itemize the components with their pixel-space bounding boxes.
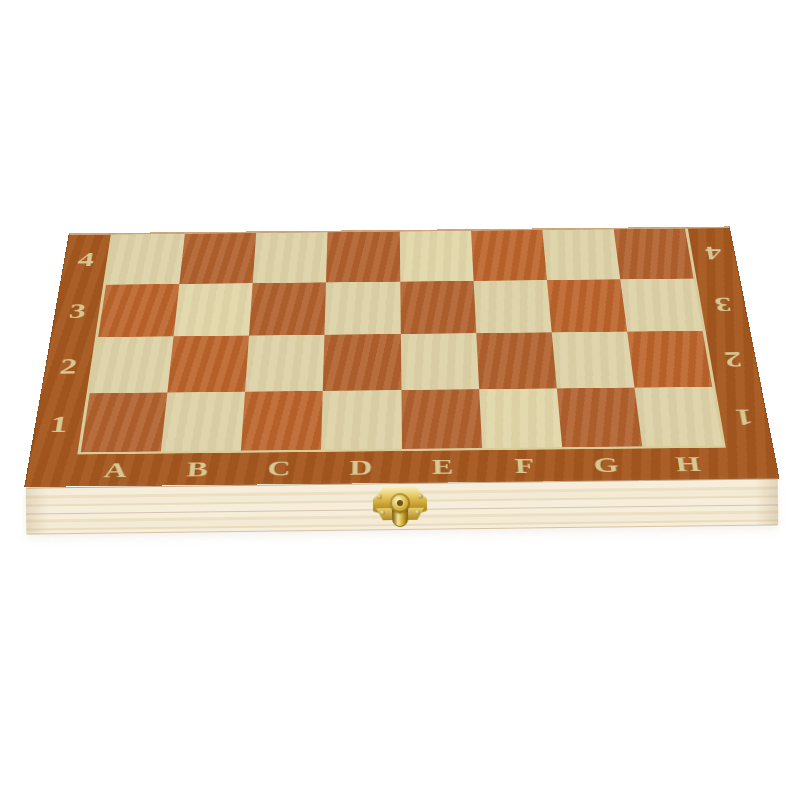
file-label-a: A [103, 457, 129, 482]
rank-label-left-3: 3 [67, 300, 87, 324]
square-g2 [551, 332, 634, 388]
file-label-f: F [514, 453, 535, 478]
square-f4 [471, 230, 547, 280]
square-f2 [476, 332, 557, 389]
file-label-h: H [674, 452, 703, 477]
rank-label-right-3: 3 [712, 293, 733, 317]
file-label-d: D [349, 455, 372, 480]
clasp-turn-knob [390, 493, 410, 513]
square-b3 [174, 283, 253, 336]
rank-label-right-1: 1 [732, 404, 755, 430]
square-b1 [161, 391, 245, 451]
square-a4 [106, 234, 185, 285]
square-c3 [249, 282, 326, 335]
square-e4 [399, 231, 473, 281]
square-g4 [542, 229, 620, 279]
square-h1 [634, 386, 722, 446]
square-e1 [401, 389, 482, 449]
clasp-screw-icon [380, 510, 385, 515]
square-g3 [547, 279, 627, 332]
square-b4 [180, 233, 257, 284]
file-label-e: E [432, 454, 454, 479]
clasp-screw-icon [418, 494, 423, 499]
square-a2 [90, 336, 174, 393]
square-a1 [81, 392, 168, 452]
product-photo-scene: 4321 4321 ABCDEFGH [0, 0, 800, 800]
square-e2 [400, 333, 478, 390]
file-label-c: C [267, 456, 291, 481]
rank-label-left-1: 1 [48, 411, 70, 438]
square-c2 [245, 335, 324, 392]
square-f3 [473, 280, 551, 333]
square-d3 [325, 281, 401, 334]
rank-label-left-2: 2 [58, 354, 79, 379]
box-front-side [26, 478, 779, 534]
playing-field [77, 229, 726, 455]
square-h2 [627, 331, 712, 387]
square-h4 [614, 229, 694, 279]
square-g1 [557, 387, 643, 447]
file-label-g: G [592, 452, 620, 477]
chess-board: 4321 4321 ABCDEFGH [24, 226, 779, 487]
clasp-screw-icon [377, 494, 382, 499]
square-a3 [98, 284, 179, 337]
square-d2 [323, 334, 401, 391]
square-c1 [241, 391, 323, 451]
square-b2 [168, 336, 250, 393]
square-h3 [620, 278, 702, 331]
clasp-screw-icon [415, 510, 420, 515]
square-f1 [479, 388, 562, 448]
chess-board-3d: 4321 4321 ABCDEFGH [24, 226, 779, 487]
file-label-b: B [186, 457, 210, 482]
rank-label-right-4: 4 [703, 242, 723, 264]
rank-label-right-2: 2 [722, 347, 744, 372]
file-labels: ABCDEFGH [73, 451, 731, 483]
square-e3 [400, 281, 476, 334]
square-d1 [321, 390, 401, 450]
brass-clasp-latch [373, 486, 428, 529]
square-d4 [326, 232, 399, 283]
rank-label-left-4: 4 [76, 249, 96, 271]
square-c4 [253, 232, 328, 283]
